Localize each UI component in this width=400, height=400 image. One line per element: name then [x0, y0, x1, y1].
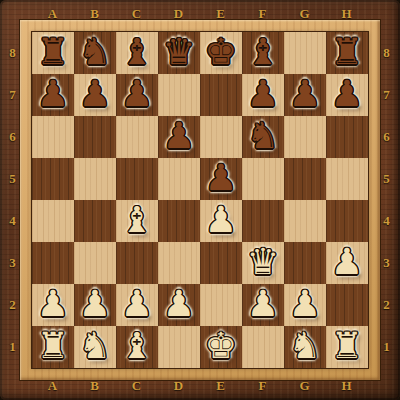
square-d6[interactable]: ♟ [158, 116, 200, 158]
square-b3[interactable] [74, 242, 116, 284]
rank-label-2: 2 [383, 297, 391, 313]
square-c8[interactable]: ♝ [116, 32, 158, 74]
piece-white-pawn[interactable]: ♟ [163, 286, 195, 322]
square-g8[interactable] [284, 32, 326, 74]
piece-white-rook[interactable]: ♜ [331, 328, 363, 364]
square-g3[interactable] [284, 242, 326, 284]
square-e6[interactable] [200, 116, 242, 158]
square-d3[interactable] [158, 242, 200, 284]
square-a1[interactable]: ♜ [32, 326, 74, 368]
piece-black-pawn[interactable]: ♟ [79, 76, 111, 112]
piece-white-pawn[interactable]: ♟ [247, 286, 279, 322]
square-a3[interactable] [32, 242, 74, 284]
piece-white-knight[interactable]: ♞ [79, 328, 111, 364]
piece-black-knight[interactable]: ♞ [79, 34, 111, 70]
square-e4[interactable]: ♟ [200, 200, 242, 242]
piece-black-rook[interactable]: ♜ [331, 34, 363, 70]
piece-black-pawn[interactable]: ♟ [205, 160, 237, 196]
square-d5[interactable] [158, 158, 200, 200]
piece-white-pawn[interactable]: ♟ [331, 244, 363, 280]
piece-white-pawn[interactable]: ♟ [205, 202, 237, 238]
piece-black-bishop[interactable]: ♝ [121, 34, 153, 70]
file-label-h: H [341, 378, 352, 394]
square-c7[interactable]: ♟ [116, 74, 158, 116]
rank-label-1: 1 [383, 339, 391, 355]
piece-white-king[interactable]: ♚ [205, 328, 237, 364]
square-b4[interactable] [74, 200, 116, 242]
rank-label-3: 3 [383, 255, 391, 271]
square-h3[interactable]: ♟ [326, 242, 368, 284]
square-b8[interactable]: ♞ [74, 32, 116, 74]
square-f2[interactable]: ♟ [242, 284, 284, 326]
square-a7[interactable]: ♟ [32, 74, 74, 116]
piece-black-pawn[interactable]: ♟ [37, 76, 69, 112]
square-b5[interactable] [74, 158, 116, 200]
piece-black-rook[interactable]: ♜ [37, 34, 69, 70]
rank-label-5: 5 [9, 171, 17, 187]
rank-label-8: 8 [383, 45, 391, 61]
square-g4[interactable] [284, 200, 326, 242]
file-label-c: C [132, 378, 142, 394]
rank-label-8: 8 [9, 45, 17, 61]
square-a5[interactable] [32, 158, 74, 200]
chess-board-frame: ABCDEFGH ABCDEFGH 87654321 87654321 ♜♞♝♛… [0, 0, 400, 400]
file-label-a: A [48, 378, 58, 394]
square-g2[interactable]: ♟ [284, 284, 326, 326]
board-margin: ♜♞♝♛♚♝♜♟♟♟♟♟♟♟♞♟♝♟♛♟♟♟♟♟♟♟♜♞♝♚♞♜ [20, 20, 380, 380]
piece-white-pawn[interactable]: ♟ [37, 286, 69, 322]
square-c6[interactable] [116, 116, 158, 158]
square-b6[interactable] [74, 116, 116, 158]
rank-label-4: 4 [9, 213, 17, 229]
square-e8[interactable]: ♚ [200, 32, 242, 74]
rank-label-1: 1 [9, 339, 17, 355]
square-e3[interactable] [200, 242, 242, 284]
square-d2[interactable]: ♟ [158, 284, 200, 326]
square-h6[interactable] [326, 116, 368, 158]
square-e2[interactable] [200, 284, 242, 326]
piece-white-bishop[interactable]: ♝ [121, 202, 153, 238]
piece-white-queen[interactable]: ♛ [247, 244, 279, 280]
rank-label-6: 6 [9, 129, 17, 145]
square-c5[interactable] [116, 158, 158, 200]
square-h5[interactable] [326, 158, 368, 200]
piece-white-pawn[interactable]: ♟ [121, 286, 153, 322]
rank-label-5: 5 [383, 171, 391, 187]
piece-black-knight[interactable]: ♞ [247, 118, 279, 154]
square-e7[interactable] [200, 74, 242, 116]
square-f3[interactable]: ♛ [242, 242, 284, 284]
piece-black-pawn[interactable]: ♟ [247, 76, 279, 112]
square-g6[interactable] [284, 116, 326, 158]
file-label-e: E [216, 378, 226, 394]
piece-black-king[interactable]: ♚ [205, 34, 237, 70]
square-a4[interactable] [32, 200, 74, 242]
square-c4[interactable]: ♝ [116, 200, 158, 242]
square-f7[interactable]: ♟ [242, 74, 284, 116]
square-g1[interactable]: ♞ [284, 326, 326, 368]
square-d7[interactable] [158, 74, 200, 116]
chess-board: ♜♞♝♛♚♝♜♟♟♟♟♟♟♟♞♟♝♟♛♟♟♟♟♟♟♟♜♞♝♚♞♜ [32, 32, 368, 368]
piece-black-pawn[interactable]: ♟ [289, 76, 321, 112]
square-f8[interactable]: ♝ [242, 32, 284, 74]
square-e5[interactable]: ♟ [200, 158, 242, 200]
square-c2[interactable]: ♟ [116, 284, 158, 326]
file-label-f: F [259, 378, 268, 394]
piece-black-pawn[interactable]: ♟ [163, 118, 195, 154]
rank-label-2: 2 [9, 297, 17, 313]
piece-white-knight[interactable]: ♞ [289, 328, 321, 364]
piece-black-pawn[interactable]: ♟ [331, 76, 363, 112]
square-a6[interactable] [32, 116, 74, 158]
piece-black-bishop[interactable]: ♝ [247, 34, 279, 70]
rank-label-3: 3 [9, 255, 17, 271]
piece-white-rook[interactable]: ♜ [37, 328, 69, 364]
square-d1[interactable] [158, 326, 200, 368]
square-f6[interactable]: ♞ [242, 116, 284, 158]
rank-label-4: 4 [383, 213, 391, 229]
square-a2[interactable]: ♟ [32, 284, 74, 326]
square-h1[interactable]: ♜ [326, 326, 368, 368]
rank-label-7: 7 [9, 87, 17, 103]
square-d8[interactable]: ♛ [158, 32, 200, 74]
file-label-b: B [90, 378, 100, 394]
square-c1[interactable]: ♝ [116, 326, 158, 368]
piece-white-bishop[interactable]: ♝ [121, 328, 153, 364]
square-h7[interactable]: ♟ [326, 74, 368, 116]
file-label-d: D [174, 378, 184, 394]
square-g7[interactable]: ♟ [284, 74, 326, 116]
square-b7[interactable]: ♟ [74, 74, 116, 116]
piece-black-queen[interactable]: ♛ [163, 34, 195, 70]
square-h8[interactable]: ♜ [326, 32, 368, 74]
square-g5[interactable] [284, 158, 326, 200]
rank-label-6: 6 [383, 129, 391, 145]
piece-white-pawn[interactable]: ♟ [289, 286, 321, 322]
piece-white-pawn[interactable]: ♟ [79, 286, 111, 322]
square-h2[interactable] [326, 284, 368, 326]
rank-label-7: 7 [383, 87, 391, 103]
square-c3[interactable] [116, 242, 158, 284]
file-label-g: G [299, 378, 310, 394]
square-b2[interactable]: ♟ [74, 284, 116, 326]
square-h4[interactable] [326, 200, 368, 242]
square-f4[interactable] [242, 200, 284, 242]
square-f5[interactable] [242, 158, 284, 200]
piece-black-pawn[interactable]: ♟ [121, 76, 153, 112]
square-a8[interactable]: ♜ [32, 32, 74, 74]
square-d4[interactable] [158, 200, 200, 242]
square-b1[interactable]: ♞ [74, 326, 116, 368]
square-e1[interactable]: ♚ [200, 326, 242, 368]
square-f1[interactable] [242, 326, 284, 368]
